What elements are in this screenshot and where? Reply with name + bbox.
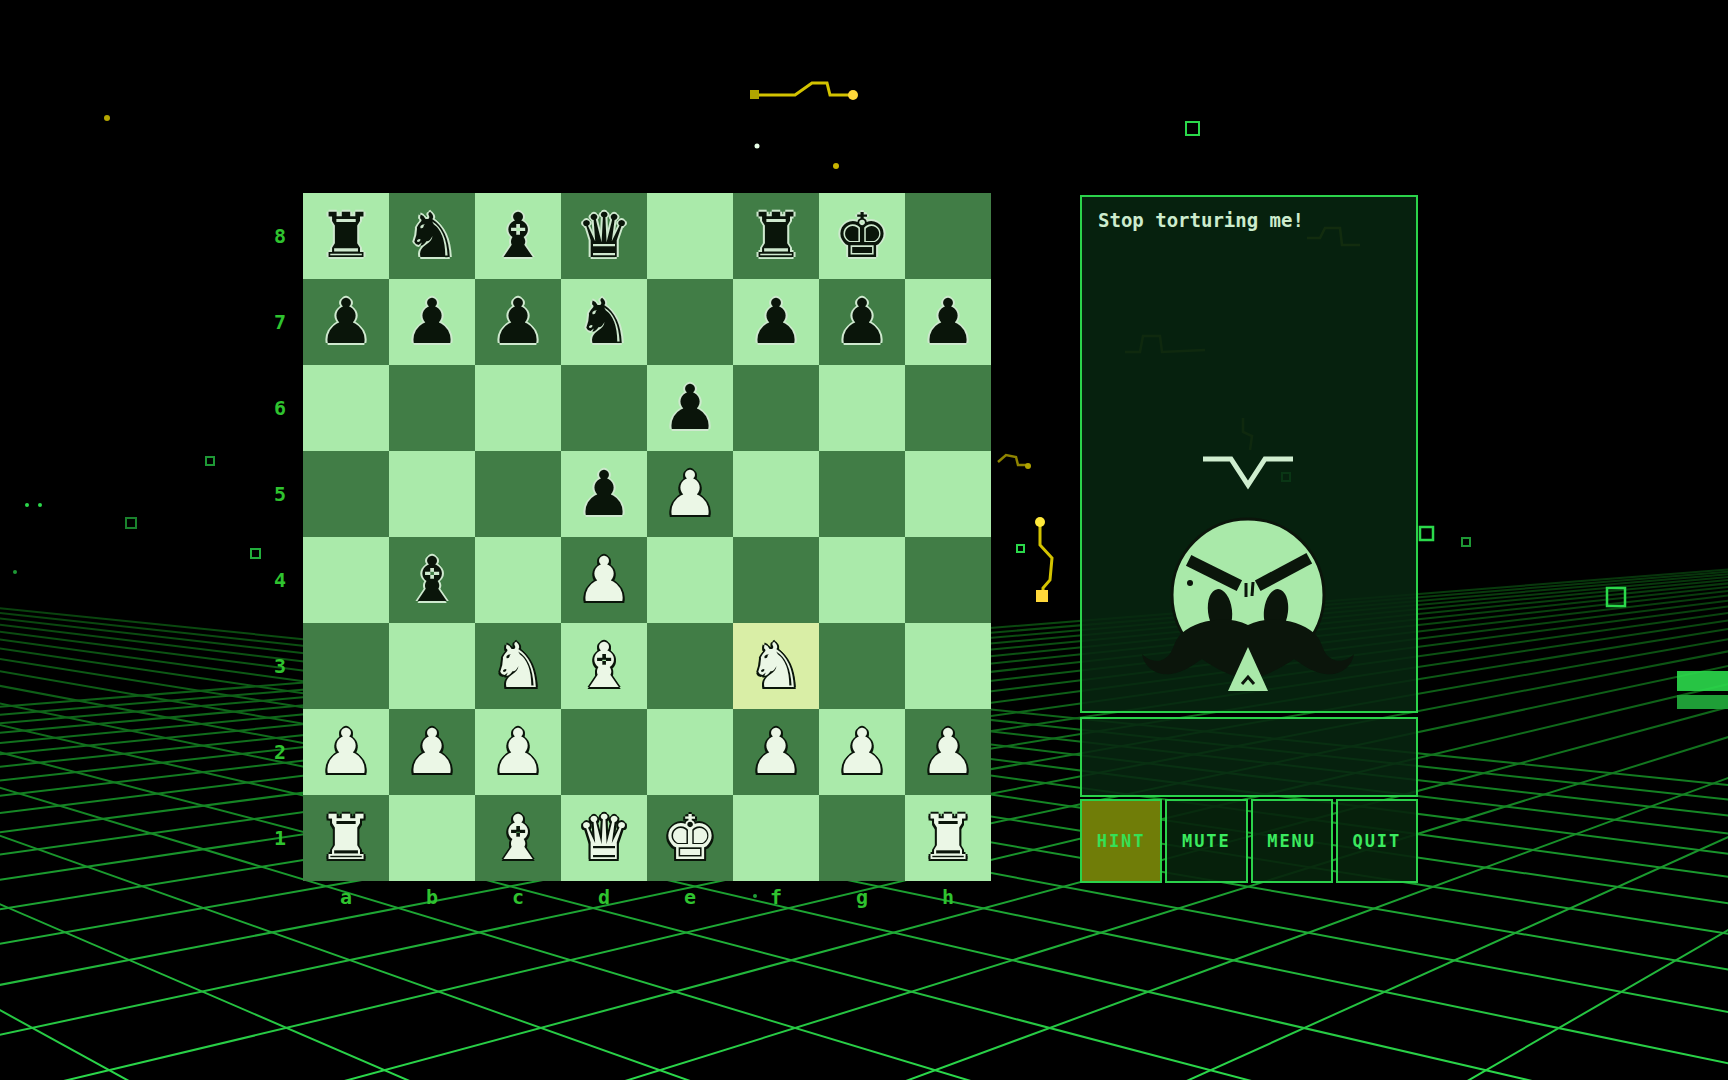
square-e3[interactable] — [647, 623, 733, 709]
square-c3[interactable]: ♞ — [475, 623, 561, 709]
file-label-f: f — [733, 882, 819, 912]
piece-white-rook: ♜ — [920, 795, 976, 881]
square-a7[interactable]: ♟ — [303, 279, 389, 365]
piece-white-queen: ♛ — [576, 795, 632, 881]
piece-white-bishop: ♝ — [490, 795, 546, 881]
square-e2[interactable] — [647, 709, 733, 795]
square-d7[interactable]: ♞ — [561, 279, 647, 365]
hint-button[interactable]: HINT — [1080, 799, 1162, 883]
square-b5[interactable] — [389, 451, 475, 537]
quit-button[interactable]: QUIT — [1336, 799, 1418, 883]
piece-white-pawn: ♟ — [662, 451, 718, 537]
square-e7[interactable] — [647, 279, 733, 365]
square-c8[interactable]: ♝ — [475, 193, 561, 279]
piece-black-bishop: ♝ — [490, 193, 546, 279]
file-label-a: a — [303, 882, 389, 912]
rank-label-8: 8 — [263, 193, 297, 279]
square-b1[interactable] — [389, 795, 475, 881]
piece-black-pawn: ♟ — [490, 279, 546, 365]
square-g2[interactable]: ♟ — [819, 709, 905, 795]
captured-pieces-tray — [1080, 717, 1418, 797]
piece-black-pawn: ♟ — [834, 279, 890, 365]
square-d2[interactable] — [561, 709, 647, 795]
square-g6[interactable] — [819, 365, 905, 451]
rank-label-1: 1 — [263, 795, 297, 881]
piece-black-pawn: ♟ — [576, 451, 632, 537]
square-h1[interactable]: ♜ — [905, 795, 991, 881]
square-a1[interactable]: ♜ — [303, 795, 389, 881]
square-h7[interactable]: ♟ — [905, 279, 991, 365]
menu-button[interactable]: MENU — [1251, 799, 1333, 883]
square-d5[interactable]: ♟ — [561, 451, 647, 537]
rank-label-5: 5 — [263, 451, 297, 537]
piece-black-rook: ♜ — [318, 193, 374, 279]
rank-labels: 87654321 — [263, 193, 297, 881]
rank-label-3: 3 — [263, 623, 297, 709]
square-b4[interactable]: ♝ — [389, 537, 475, 623]
file-labels: abcdefgh — [303, 882, 991, 912]
square-c4[interactable] — [475, 537, 561, 623]
square-c2[interactable]: ♟ — [475, 709, 561, 795]
piece-black-pawn: ♟ — [318, 279, 374, 365]
piece-black-rook: ♜ — [748, 193, 804, 279]
square-c5[interactable] — [475, 451, 561, 537]
square-e1[interactable]: ♚ — [647, 795, 733, 881]
square-g5[interactable] — [819, 451, 905, 537]
square-a4[interactable] — [303, 537, 389, 623]
file-label-c: c — [475, 882, 561, 912]
square-b8[interactable]: ♞ — [389, 193, 475, 279]
file-label-d: d — [561, 882, 647, 912]
square-d3[interactable]: ♝ — [561, 623, 647, 709]
square-f6[interactable] — [733, 365, 819, 451]
rank-label-2: 2 — [263, 709, 297, 795]
square-g4[interactable] — [819, 537, 905, 623]
square-b6[interactable] — [389, 365, 475, 451]
square-f8[interactable]: ♜ — [733, 193, 819, 279]
square-h2[interactable]: ♟ — [905, 709, 991, 795]
game-screen: 87654321 ♜♞♝♛♜♚♟♟♟♞♟♟♟♟♟♟♝♟♞♝♞♟♟♟♟♟♟♜♝♛♚… — [0, 0, 1728, 1080]
square-d1[interactable]: ♛ — [561, 795, 647, 881]
square-f7[interactable]: ♟ — [733, 279, 819, 365]
anger-mark-icon — [1203, 459, 1293, 485]
opponent-avatar — [1082, 197, 1416, 711]
square-f5[interactable] — [733, 451, 819, 537]
square-f4[interactable] — [733, 537, 819, 623]
square-h5[interactable] — [905, 451, 991, 537]
piece-white-king: ♚ — [662, 795, 718, 881]
piece-white-pawn: ♟ — [920, 709, 976, 795]
square-b2[interactable]: ♟ — [389, 709, 475, 795]
file-label-h: h — [905, 882, 991, 912]
square-a5[interactable] — [303, 451, 389, 537]
piece-white-pawn: ♟ — [834, 709, 890, 795]
piece-white-rook: ♜ — [318, 795, 374, 881]
rank-label-6: 6 — [263, 365, 297, 451]
square-e4[interactable] — [647, 537, 733, 623]
piece-black-pawn: ♟ — [920, 279, 976, 365]
opponent-dialog-box: Stop torturing me! — [1080, 195, 1418, 713]
square-h6[interactable] — [905, 365, 991, 451]
file-label-e: e — [647, 882, 733, 912]
square-e8[interactable] — [647, 193, 733, 279]
opponent-panel: Stop torturing me! — [1080, 195, 1418, 883]
square-d4[interactable]: ♟ — [561, 537, 647, 623]
square-b3[interactable] — [389, 623, 475, 709]
square-h4[interactable] — [905, 537, 991, 623]
mute-button[interactable]: MUTE — [1165, 799, 1247, 883]
angry-face-icon — [1142, 519, 1354, 691]
square-c1[interactable]: ♝ — [475, 795, 561, 881]
square-d8[interactable]: ♛ — [561, 193, 647, 279]
square-g3[interactable] — [819, 623, 905, 709]
piece-white-pawn: ♟ — [748, 709, 804, 795]
game-buttons: HINTMUTEMENUQUIT — [1080, 799, 1418, 883]
piece-white-pawn: ♟ — [576, 537, 632, 623]
square-d6[interactable] — [561, 365, 647, 451]
rank-label-4: 4 — [263, 537, 297, 623]
square-a6[interactable] — [303, 365, 389, 451]
piece-white-pawn: ♟ — [404, 709, 460, 795]
square-f2[interactable]: ♟ — [733, 709, 819, 795]
square-f3[interactable]: ♞ — [733, 623, 819, 709]
chess-board: ♜♞♝♛♜♚♟♟♟♞♟♟♟♟♟♟♝♟♞♝♞♟♟♟♟♟♟♜♝♛♚♜ — [303, 193, 991, 881]
piece-black-king: ♚ — [834, 193, 890, 279]
file-label-g: g — [819, 882, 905, 912]
file-label-b: b — [389, 882, 475, 912]
square-g7[interactable]: ♟ — [819, 279, 905, 365]
square-b7[interactable]: ♟ — [389, 279, 475, 365]
square-a8[interactable]: ♜ — [303, 193, 389, 279]
piece-black-pawn: ♟ — [662, 365, 718, 451]
square-h8[interactable] — [905, 193, 991, 279]
piece-white-pawn: ♟ — [490, 709, 546, 795]
piece-white-knight: ♞ — [748, 623, 804, 709]
piece-white-pawn: ♟ — [318, 709, 374, 795]
square-a3[interactable] — [303, 623, 389, 709]
piece-black-bishop: ♝ — [404, 537, 460, 623]
piece-black-knight: ♞ — [404, 193, 460, 279]
square-c6[interactable] — [475, 365, 561, 451]
square-a2[interactable]: ♟ — [303, 709, 389, 795]
piece-white-knight: ♞ — [490, 623, 546, 709]
square-g1[interactable] — [819, 795, 905, 881]
piece-black-pawn: ♟ — [404, 279, 460, 365]
square-g8[interactable]: ♚ — [819, 193, 905, 279]
rank-label-7: 7 — [263, 279, 297, 365]
square-e5[interactable]: ♟ — [647, 451, 733, 537]
square-h3[interactable] — [905, 623, 991, 709]
square-e6[interactable]: ♟ — [647, 365, 733, 451]
square-c7[interactable]: ♟ — [475, 279, 561, 365]
piece-black-queen: ♛ — [576, 193, 632, 279]
piece-black-pawn: ♟ — [748, 279, 804, 365]
piece-white-bishop: ♝ — [576, 623, 632, 709]
square-f1[interactable] — [733, 795, 819, 881]
piece-black-knight: ♞ — [576, 279, 632, 365]
